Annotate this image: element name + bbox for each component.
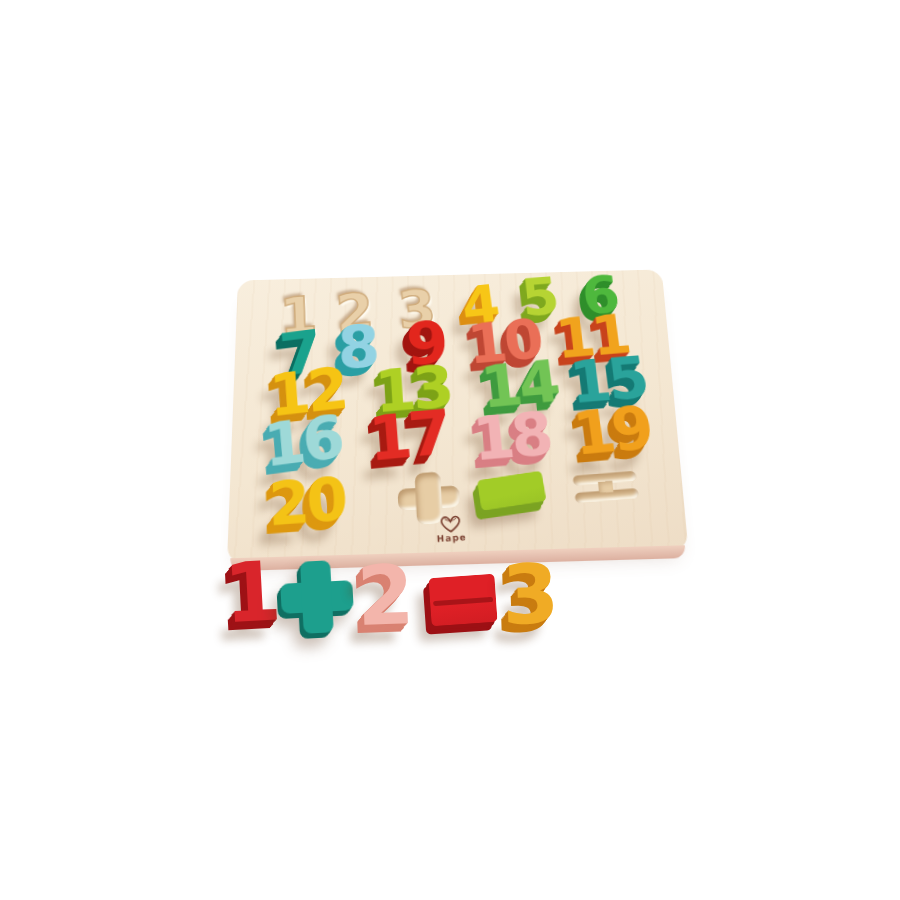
loose-pieces: 123 [0,0,900,900]
equals-groove [433,596,494,605]
piece-3[interactable]: 3 [501,553,556,637]
product-photo-scene: 1234567891011121314151617181920 Hape 123 [0,0,900,900]
piece-plus[interactable] [279,559,355,635]
piece-2[interactable]: 2 [356,554,411,638]
plus-bar [300,560,334,633]
piece-1[interactable]: 1 [222,551,278,636]
piece-equals[interactable] [428,574,497,626]
